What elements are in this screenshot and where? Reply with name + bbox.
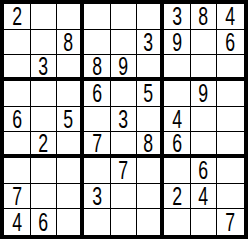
cell-r7c2[interactable]: [31, 158, 58, 184]
cell-r8c3[interactable]: [57, 184, 84, 210]
cell-r4c4[interactable]: 6: [84, 81, 111, 107]
given-digit: 8: [144, 132, 154, 156]
cell-r8c4[interactable]: 3: [84, 184, 111, 210]
cell-r4c8[interactable]: 9: [191, 81, 218, 107]
given-digit: 8: [64, 30, 74, 56]
cell-r4c7[interactable]: [164, 81, 191, 107]
cell-r2c4[interactable]: [84, 30, 111, 56]
cell-r1c9[interactable]: 4: [217, 4, 244, 30]
cell-r7c4[interactable]: [84, 158, 111, 184]
cell-r2c3[interactable]: 8: [57, 30, 84, 56]
given-digit: 4: [12, 209, 22, 235]
cell-r4c9[interactable]: [217, 81, 244, 107]
cell-r1c3[interactable]: [57, 4, 84, 30]
cell-r3c7[interactable]: [164, 55, 191, 81]
cell-r2c5[interactable]: [111, 30, 138, 56]
cell-r5c5[interactable]: 3: [111, 107, 138, 133]
cell-r2c8[interactable]: [191, 30, 218, 56]
cell-r2c2[interactable]: [31, 30, 58, 56]
cell-r8c6[interactable]: [137, 184, 164, 210]
given-digit: 9: [172, 30, 182, 56]
given-digit: 7: [12, 184, 22, 210]
given-digit: 3: [119, 107, 129, 133]
cell-r5c3[interactable]: 5: [57, 107, 84, 133]
cell-r1c4[interactable]: [84, 4, 111, 30]
cell-r3c2[interactable]: 3: [31, 55, 58, 81]
cell-r1c7[interactable]: 3: [164, 4, 191, 30]
cell-r3c4[interactable]: 8: [84, 55, 111, 81]
cell-r5c2[interactable]: [31, 107, 58, 133]
cell-r4c2[interactable]: [31, 81, 58, 107]
cell-r5c7[interactable]: 4: [164, 107, 191, 133]
given-digit: 2: [12, 4, 22, 30]
given-digit: 3: [172, 4, 182, 30]
cell-r9c5[interactable]: [111, 209, 138, 235]
cell-r5c6[interactable]: [137, 107, 164, 133]
cell-r8c2[interactable]: [31, 184, 58, 210]
given-digit: 7: [119, 158, 129, 184]
cell-r9c6[interactable]: [137, 209, 164, 235]
cell-r8c7[interactable]: 2: [164, 184, 191, 210]
cell-r1c2[interactable]: [31, 4, 58, 30]
given-digit: 6: [39, 209, 49, 235]
cell-r6c6[interactable]: 8: [137, 132, 164, 158]
given-digit: 8: [199, 4, 209, 30]
cell-r7c6[interactable]: [137, 158, 164, 184]
sudoku-board: 2384839638965965342786767324467: [0, 0, 248, 239]
cell-r4c6[interactable]: 5: [137, 81, 164, 107]
given-digit: 8: [92, 55, 102, 79]
cell-r9c7[interactable]: [164, 209, 191, 235]
cell-r6c1[interactable]: [4, 132, 31, 158]
cell-r2c6[interactable]: 3: [137, 30, 164, 56]
cell-r9c9[interactable]: 7: [217, 209, 244, 235]
cell-r6c8[interactable]: [191, 132, 218, 158]
cell-r2c1[interactable]: [4, 30, 31, 56]
cell-r7c7[interactable]: [164, 158, 191, 184]
cell-r3c1[interactable]: [4, 55, 31, 81]
cell-r7c3[interactable]: [57, 158, 84, 184]
given-digit: 9: [199, 81, 209, 107]
cell-r5c1[interactable]: 6: [4, 107, 31, 133]
cell-r5c8[interactable]: [191, 107, 218, 133]
cell-r8c8[interactable]: 4: [191, 184, 218, 210]
cell-r4c1[interactable]: [4, 81, 31, 107]
cell-r8c1[interactable]: 7: [4, 184, 31, 210]
given-digit: 6: [172, 132, 182, 156]
cell-r7c8[interactable]: 6: [191, 158, 218, 184]
cell-r3c5[interactable]: 9: [111, 55, 138, 81]
cell-r5c9[interactable]: [217, 107, 244, 133]
given-digit: 3: [144, 30, 154, 56]
cell-r6c2[interactable]: 2: [31, 132, 58, 158]
cell-r1c1[interactable]: 2: [4, 4, 31, 30]
cell-r9c8[interactable]: [191, 209, 218, 235]
given-digit: 3: [39, 55, 49, 79]
cell-r6c4[interactable]: 7: [84, 132, 111, 158]
cell-r8c5[interactable]: [111, 184, 138, 210]
cell-r3c9[interactable]: [217, 55, 244, 81]
given-digit: 7: [226, 209, 236, 235]
given-digit: 2: [39, 132, 49, 156]
cell-r6c5[interactable]: [111, 132, 138, 158]
cell-r9c4[interactable]: [84, 209, 111, 235]
given-digit: 3: [92, 184, 102, 210]
cell-r9c1[interactable]: 4: [4, 209, 31, 235]
cell-r6c9[interactable]: [217, 132, 244, 158]
cell-r4c5[interactable]: [111, 81, 138, 107]
cell-r6c7[interactable]: 6: [164, 132, 191, 158]
given-digit: 6: [199, 158, 209, 184]
cell-r1c5[interactable]: [111, 4, 138, 30]
given-digit: 4: [172, 107, 182, 133]
cell-r6c3[interactable]: [57, 132, 84, 158]
given-digit: 6: [226, 30, 236, 56]
given-digit: 6: [12, 107, 22, 133]
cell-r2c9[interactable]: 6: [217, 30, 244, 56]
cell-r7c1[interactable]: [4, 158, 31, 184]
cell-r4c3[interactable]: [57, 81, 84, 107]
given-digit: 5: [64, 107, 74, 133]
given-digit: 9: [119, 55, 129, 79]
cell-r2c7[interactable]: 9: [164, 30, 191, 56]
cell-r8c9[interactable]: [217, 184, 244, 210]
sudoku-puzzle: 2384839638965965342786767324467: [0, 0, 248, 239]
cell-r1c6[interactable]: [137, 4, 164, 30]
cell-r9c2[interactable]: 6: [31, 209, 58, 235]
cell-r3c3[interactable]: [57, 55, 84, 81]
given-digit: 6: [92, 81, 102, 107]
given-digit: 2: [172, 184, 182, 210]
cell-r1c8[interactable]: 8: [191, 4, 218, 30]
cell-r7c5[interactable]: 7: [111, 158, 138, 184]
cell-r7c9[interactable]: [217, 158, 244, 184]
cell-r3c6[interactable]: [137, 55, 164, 81]
given-digit: 4: [199, 184, 209, 210]
given-digit: 5: [144, 81, 154, 107]
cell-r3c8[interactable]: [191, 55, 218, 81]
cell-r9c3[interactable]: [57, 209, 84, 235]
given-digit: 7: [92, 132, 102, 156]
given-digit: 4: [226, 4, 236, 30]
cell-r5c4[interactable]: [84, 107, 111, 133]
